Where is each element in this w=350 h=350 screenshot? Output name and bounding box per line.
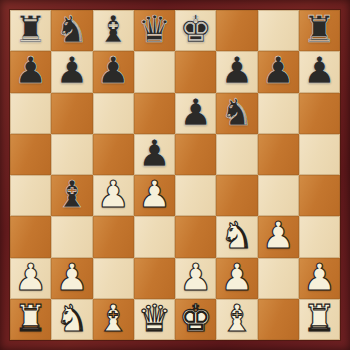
piece-white-pawn-a2: ♟ (14, 257, 47, 298)
square-d3[interactable] (134, 216, 175, 257)
square-a6[interactable] (10, 93, 51, 134)
piece-black-pawn-h7: ♟ (303, 50, 336, 91)
piece-black-pawn-g7: ♟ (262, 50, 295, 91)
piece-white-bishop-c1: ♝ (97, 298, 130, 339)
piece-black-knight-f6: ♞ (220, 92, 253, 133)
piece-black-king-e8: ♚ (179, 9, 212, 50)
square-f6[interactable]: ♞ (216, 93, 257, 134)
square-f5[interactable] (216, 134, 257, 175)
square-a5[interactable] (10, 134, 51, 175)
piece-black-pawn-a7: ♟ (14, 50, 47, 91)
piece-white-pawn-f2: ♟ (220, 257, 253, 298)
square-e1[interactable]: ♚ (175, 299, 216, 340)
square-d4[interactable]: ♟ (134, 175, 175, 216)
square-c4[interactable]: ♟ (93, 175, 134, 216)
square-c5[interactable] (93, 134, 134, 175)
piece-black-pawn-e6: ♟ (179, 92, 212, 133)
square-c3[interactable] (93, 216, 134, 257)
square-g8[interactable] (258, 10, 299, 51)
square-b2[interactable]: ♟ (51, 258, 92, 299)
piece-black-bishop-c8: ♝ (97, 9, 130, 50)
square-d6[interactable] (134, 93, 175, 134)
square-f3[interactable]: ♞ (216, 216, 257, 257)
square-a2[interactable]: ♟ (10, 258, 51, 299)
piece-black-pawn-d5: ♟ (138, 133, 171, 174)
piece-white-pawn-b2: ♟ (55, 257, 88, 298)
square-d8[interactable]: ♛ (134, 10, 175, 51)
square-e4[interactable] (175, 175, 216, 216)
square-d1[interactable]: ♛ (134, 299, 175, 340)
chess-board-frame: ♜♞♝♛♚♜♟♟♟♟♟♟♟♞♟♝♟♟♞♟♟♟♟♟♟♜♞♝♛♚♝♜ (0, 0, 350, 350)
square-f4[interactable] (216, 175, 257, 216)
piece-white-pawn-c4: ♟ (97, 174, 130, 215)
square-e8[interactable]: ♚ (175, 10, 216, 51)
square-g2[interactable] (258, 258, 299, 299)
square-a3[interactable] (10, 216, 51, 257)
square-h7[interactable]: ♟ (299, 51, 340, 92)
square-e5[interactable] (175, 134, 216, 175)
piece-white-pawn-h2: ♟ (303, 257, 336, 298)
square-f2[interactable]: ♟ (216, 258, 257, 299)
square-h3[interactable] (299, 216, 340, 257)
square-c2[interactable] (93, 258, 134, 299)
square-a7[interactable]: ♟ (10, 51, 51, 92)
square-g3[interactable]: ♟ (258, 216, 299, 257)
piece-white-pawn-d4: ♟ (138, 174, 171, 215)
square-b5[interactable] (51, 134, 92, 175)
square-g1[interactable] (258, 299, 299, 340)
square-e3[interactable] (175, 216, 216, 257)
square-d7[interactable] (134, 51, 175, 92)
piece-white-pawn-e2: ♟ (179, 257, 212, 298)
square-g7[interactable]: ♟ (258, 51, 299, 92)
piece-white-knight-b1: ♞ (55, 298, 88, 339)
piece-white-king-e1: ♚ (179, 298, 212, 339)
square-e6[interactable]: ♟ (175, 93, 216, 134)
piece-white-rook-h1: ♜ (303, 298, 336, 339)
square-e7[interactable] (175, 51, 216, 92)
square-g4[interactable] (258, 175, 299, 216)
square-d5[interactable]: ♟ (134, 134, 175, 175)
square-b8[interactable]: ♞ (51, 10, 92, 51)
square-h1[interactable]: ♜ (299, 299, 340, 340)
square-f7[interactable]: ♟ (216, 51, 257, 92)
square-c1[interactable]: ♝ (93, 299, 134, 340)
piece-white-queen-d1: ♛ (138, 298, 171, 339)
piece-black-rook-h8: ♜ (303, 9, 336, 50)
square-b1[interactable]: ♞ (51, 299, 92, 340)
square-h2[interactable]: ♟ (299, 258, 340, 299)
piece-black-pawn-b7: ♟ (55, 50, 88, 91)
piece-black-pawn-f7: ♟ (220, 50, 253, 91)
piece-black-queen-d8: ♛ (138, 9, 171, 50)
square-g5[interactable] (258, 134, 299, 175)
square-b6[interactable] (51, 93, 92, 134)
square-e2[interactable]: ♟ (175, 258, 216, 299)
square-h6[interactable] (299, 93, 340, 134)
piece-black-bishop-b4: ♝ (55, 174, 88, 215)
square-f8[interactable] (216, 10, 257, 51)
piece-white-rook-a1: ♜ (14, 298, 47, 339)
square-c7[interactable]: ♟ (93, 51, 134, 92)
square-a8[interactable]: ♜ (10, 10, 51, 51)
piece-black-pawn-c7: ♟ (97, 50, 130, 91)
square-b7[interactable]: ♟ (51, 51, 92, 92)
square-c8[interactable]: ♝ (93, 10, 134, 51)
square-h5[interactable] (299, 134, 340, 175)
chess-board: ♜♞♝♛♚♜♟♟♟♟♟♟♟♞♟♝♟♟♞♟♟♟♟♟♟♜♞♝♛♚♝♜ (10, 10, 340, 340)
square-a4[interactable] (10, 175, 51, 216)
square-f1[interactable]: ♝ (216, 299, 257, 340)
piece-black-rook-a8: ♜ (14, 9, 47, 50)
square-d2[interactable] (134, 258, 175, 299)
square-h8[interactable]: ♜ (299, 10, 340, 51)
square-a1[interactable]: ♜ (10, 299, 51, 340)
square-b3[interactable] (51, 216, 92, 257)
piece-white-pawn-g3: ♟ (262, 215, 295, 256)
square-h4[interactable] (299, 175, 340, 216)
square-c6[interactable] (93, 93, 134, 134)
square-b4[interactable]: ♝ (51, 175, 92, 216)
square-g6[interactable] (258, 93, 299, 134)
piece-black-knight-b8: ♞ (55, 9, 88, 50)
piece-white-bishop-f1: ♝ (220, 298, 253, 339)
piece-white-knight-f3: ♞ (220, 215, 253, 256)
